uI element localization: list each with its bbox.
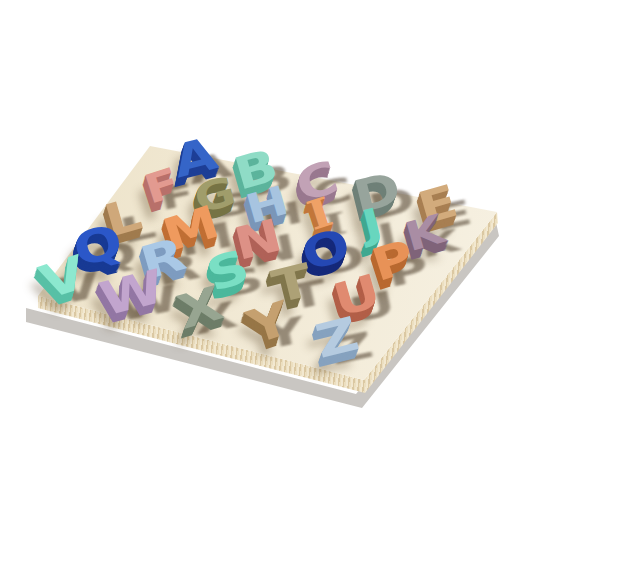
letter-W[interactable]: W [95, 262, 168, 323]
product-photo: AABBCCDDEEFFGGHHIIJJKKLLMMNNOOPPQQRRSSTT… [0, 0, 623, 588]
letters-layer: AABBCCDDEEFFGGHHIIJJKKLLMMNNOOPPQQRRSSTT… [0, 0, 623, 588]
